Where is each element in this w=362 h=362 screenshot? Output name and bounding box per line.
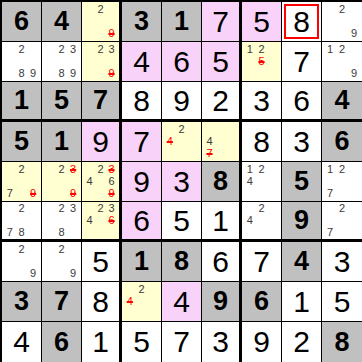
cell-r2c5[interactable]: 6	[162, 42, 202, 82]
cell-r2c2[interactable]: 2389	[42, 42, 82, 82]
solved-digit: 5	[212, 47, 229, 77]
cell-r5c8[interactable]: 5	[282, 162, 322, 202]
cell-r4c1[interactable]: 5	[2, 122, 42, 162]
pencil-mark-5-eliminated: 5	[256, 55, 268, 67]
solved-digit: 8	[133, 86, 150, 116]
cell-r6c5[interactable]: 5	[162, 202, 202, 242]
cell-r4c5[interactable]: 24	[162, 122, 202, 162]
pencil-marks: 2389	[42, 42, 81, 81]
solved-digit: 9	[92, 127, 109, 157]
given-digit: 4	[54, 8, 69, 35]
cell-r1c9[interactable]: 29	[322, 2, 362, 42]
cell-r5c3[interactable]: 23469	[82, 162, 122, 202]
cell-r5c7[interactable]: 124	[242, 162, 282, 202]
pencil-mark-2: 2	[56, 43, 68, 55]
pencil-mark-7: 7	[4, 226, 16, 238]
pencil-marks: 47	[202, 122, 239, 161]
pencil-mark-9-eliminated: 9	[27, 188, 39, 200]
pencil-mark-4-eliminated: 4	[124, 295, 136, 307]
solved-digit: 9	[253, 327, 270, 357]
pencil-mark-2: 2	[16, 203, 28, 215]
solved-digit: 3	[212, 327, 229, 357]
cell-r5c1[interactable]: 279	[2, 162, 42, 202]
solved-digit: 5	[253, 7, 270, 37]
cell-r3c7[interactable]: 3	[242, 82, 282, 122]
cell-r9c1[interactable]: 4	[2, 322, 42, 362]
pencil-marks: 2346	[82, 202, 119, 239]
pencil-marks: 29	[2, 242, 41, 281]
pencil-marks: 289	[2, 42, 41, 81]
cell-r5c5[interactable]: 3	[162, 162, 202, 202]
pencil-marks: 29	[42, 242, 81, 281]
pencil-marks: 27	[322, 202, 362, 239]
pencil-mark-9-eliminated: 9	[106, 68, 117, 80]
cell-r7c9[interactable]: 3	[322, 242, 362, 282]
cell-r3c6[interactable]: 2	[202, 82, 242, 122]
pencil-mark-4: 4	[84, 215, 95, 227]
cell-r2c7[interactable]: 125	[242, 42, 282, 82]
given-digit: 8	[334, 329, 349, 356]
cell-r1c6[interactable]: 7	[202, 2, 242, 42]
pencil-marks: 24	[242, 202, 281, 239]
solved-digit: 3	[173, 167, 190, 197]
cell-r4c9[interactable]: 6	[322, 122, 362, 162]
cell-r9c9[interactable]: 8	[322, 322, 362, 362]
solved-digit: 7	[173, 327, 190, 357]
cell-r3c1[interactable]: 1	[2, 82, 42, 122]
solved-digit: 7	[293, 47, 310, 77]
cell-r6c8[interactable]: 9	[282, 202, 322, 242]
solved-digit: 5	[92, 247, 109, 277]
cell-r2c6[interactable]: 5	[202, 42, 242, 82]
pencil-mark-2: 2	[256, 163, 268, 175]
solved-digit: 2	[212, 86, 229, 116]
pencil-mark-2: 2	[56, 203, 68, 215]
given-digit: 9	[213, 288, 228, 315]
cell-r7c6[interactable]: 6	[202, 242, 242, 282]
solved-digit: 5	[334, 287, 351, 317]
cell-r7c7[interactable]: 7	[242, 242, 282, 282]
solved-digit: 4	[133, 47, 150, 77]
solved-digit: 8	[92, 287, 109, 317]
pencil-mark-2: 2	[56, 163, 68, 175]
pencil-mark-9: 9	[348, 68, 360, 80]
cell-r9c3[interactable]: 1	[82, 322, 122, 362]
pencil-mark-8: 8	[56, 68, 68, 80]
pencil-mark-2: 2	[95, 163, 106, 175]
pencil-mark-4: 4	[244, 215, 256, 227]
pencil-mark-2: 2	[256, 43, 268, 55]
pencil-mark-2: 2	[336, 43, 348, 55]
pencil-mark-8: 8	[56, 226, 68, 238]
cell-r6c2[interactable]: 238	[42, 202, 82, 242]
pencil-mark-1: 1	[324, 43, 336, 55]
pencil-mark-2: 2	[336, 163, 348, 175]
cell-r4c7[interactable]: 8	[242, 122, 282, 162]
given-digit: 8	[174, 248, 189, 275]
solved-digit: 8	[293, 7, 310, 37]
cell-r2c3[interactable]: 239	[82, 42, 122, 82]
solved-digit: 1	[293, 287, 310, 317]
solved-digit: 7	[212, 7, 229, 37]
given-digit: 8	[213, 168, 228, 195]
solved-digit: 6	[133, 206, 150, 236]
solved-digit: 5	[133, 327, 150, 357]
sudoku-board: 6429317582928923892394651257129157892364…	[0, 0, 362, 362]
solved-digit: 6	[212, 247, 229, 277]
pencil-mark-9: 9	[348, 28, 360, 40]
given-digit: 1	[174, 8, 189, 35]
pencil-mark-7: 7	[4, 188, 16, 200]
solved-digit: 4	[173, 287, 190, 317]
given-digit: 6	[14, 8, 29, 35]
pencil-mark-2: 2	[336, 203, 348, 215]
pencil-mark-7: 7	[324, 188, 336, 200]
pencil-mark-4-eliminated: 4	[164, 135, 176, 147]
cell-r6c3[interactable]: 2346	[82, 202, 122, 242]
pencil-mark-7-eliminated: 7	[204, 148, 215, 160]
given-digit: 6	[334, 128, 349, 155]
pencil-mark-2: 2	[336, 3, 348, 15]
cell-r8c7[interactable]: 6	[242, 282, 282, 322]
given-digit: 9	[294, 207, 309, 234]
pencil-mark-8: 8	[16, 226, 28, 238]
cell-r6c1[interactable]: 278	[2, 202, 42, 242]
solved-digit: 3	[334, 247, 351, 277]
pencil-marks: 23469	[82, 162, 119, 201]
given-digit: 5	[14, 128, 29, 155]
solved-digit: 1	[212, 206, 229, 236]
pencil-mark-3: 3	[106, 203, 117, 215]
pencil-mark-3: 3	[106, 43, 117, 55]
given-digit: 7	[93, 87, 108, 114]
solved-digit: 3	[293, 127, 310, 157]
cell-r3c9[interactable]: 4	[322, 82, 362, 122]
pencil-mark-4: 4	[204, 135, 215, 147]
cell-r1c7[interactable]: 5	[242, 2, 282, 42]
pencil-mark-9-eliminated: 9	[67, 188, 79, 200]
pencil-mark-3: 3	[67, 203, 79, 215]
pencil-marks: 239	[82, 42, 119, 81]
pencil-mark-2: 2	[95, 3, 106, 15]
cell-r1c2[interactable]: 4	[42, 2, 82, 42]
pencil-marks: 278	[2, 202, 41, 239]
given-digit: 6	[254, 288, 269, 315]
given-digit: 1	[14, 87, 29, 114]
pencil-mark-1: 1	[244, 163, 256, 175]
pencil-marks: 238	[42, 202, 81, 239]
pencil-mark-2: 2	[16, 243, 28, 255]
solved-digit: 9	[133, 167, 150, 197]
pencil-mark-1: 1	[324, 163, 336, 175]
cell-r2c9[interactable]: 129	[322, 42, 362, 82]
cell-r4c4[interactable]: 7	[122, 122, 162, 162]
pencil-mark-9-eliminated: 9	[106, 28, 117, 40]
pencil-mark-9: 9	[27, 268, 39, 280]
cell-r1c1[interactable]: 6	[2, 2, 42, 42]
cell-r6c6[interactable]: 1	[202, 202, 242, 242]
given-digit: 1	[54, 128, 69, 155]
given-digit: 3	[134, 8, 149, 35]
pencil-mark-2: 2	[95, 203, 106, 215]
cell-r1c8[interactable]: 8	[282, 2, 322, 42]
pencil-mark-3-eliminated: 3	[106, 163, 117, 175]
cell-r5c4[interactable]: 9	[122, 162, 162, 202]
cell-r8c4[interactable]: 24	[122, 282, 162, 322]
cell-r3c3[interactable]: 7	[82, 82, 122, 122]
cell-r6c9[interactable]: 27	[322, 202, 362, 242]
cell-r9c2[interactable]: 6	[42, 322, 82, 362]
pencil-mark-2: 2	[16, 43, 28, 55]
pencil-marks: 124	[242, 162, 281, 201]
pencil-mark-2: 2	[136, 283, 148, 295]
given-digit: 4	[294, 248, 309, 275]
cell-r8c2[interactable]: 7	[42, 282, 82, 322]
pencil-marks: 129	[322, 42, 362, 81]
pencil-marks: 239	[42, 162, 81, 201]
pencil-mark-4: 4	[84, 175, 95, 187]
cell-r7c1[interactable]: 29	[2, 242, 42, 282]
pencil-mark-4: 4	[244, 175, 256, 187]
cell-r5c6[interactable]: 8	[202, 162, 242, 202]
pencil-marks: 127	[322, 162, 362, 201]
cell-r3c8[interactable]: 6	[282, 82, 322, 122]
cell-r8c6[interactable]: 9	[202, 282, 242, 322]
given-digit: 3	[14, 288, 29, 315]
cell-r8c8[interactable]: 1	[282, 282, 322, 322]
cell-r2c1[interactable]: 289	[2, 42, 42, 82]
pencil-marks: 29	[322, 2, 362, 41]
solved-digit: 6	[293, 86, 310, 116]
cell-r2c8[interactable]: 7	[282, 42, 322, 82]
solved-digit: 8	[253, 127, 270, 157]
cell-r7c5[interactable]: 8	[162, 242, 202, 282]
cell-r7c2[interactable]: 29	[42, 242, 82, 282]
given-digit: 7	[54, 288, 69, 315]
cell-r4c3[interactable]: 9	[82, 122, 122, 162]
solved-digit: 4	[13, 327, 30, 357]
cell-r9c4[interactable]: 5	[122, 322, 162, 362]
pencil-marks: 125	[242, 42, 281, 81]
pencil-mark-3-eliminated: 3	[67, 163, 79, 175]
cell-r3c4[interactable]: 8	[122, 82, 162, 122]
solved-digit: 9	[173, 86, 190, 116]
cell-r1c3[interactable]: 29	[82, 2, 122, 42]
solved-digit: 7	[253, 247, 270, 277]
pencil-marks: 29	[82, 2, 119, 41]
pencil-marks: 24	[122, 282, 161, 321]
cell-r8c1[interactable]: 3	[2, 282, 42, 322]
pencil-mark-8: 8	[16, 68, 28, 80]
pencil-mark-9: 9	[67, 68, 79, 80]
cell-r8c9[interactable]: 5	[322, 282, 362, 322]
given-digit: 6	[54, 329, 69, 356]
cell-r8c5[interactable]: 4	[162, 282, 202, 322]
pencil-mark-7: 7	[324, 226, 336, 238]
cell-r9c5[interactable]: 7	[162, 322, 202, 362]
solved-digit: 2	[293, 327, 310, 357]
pencil-mark-9: 9	[67, 268, 79, 280]
given-digit: 4	[334, 87, 349, 114]
cell-r6c4[interactable]: 6	[122, 202, 162, 242]
given-digit: 1	[134, 248, 149, 275]
pencil-mark-6: 6	[106, 175, 117, 187]
cell-r5c2[interactable]: 239	[42, 162, 82, 202]
cell-r7c3[interactable]: 5	[82, 242, 122, 282]
solved-digit: 6	[173, 47, 190, 77]
cell-r1c5[interactable]: 1	[162, 2, 202, 42]
cell-r1c4[interactable]: 3	[122, 2, 162, 42]
cell-r3c2[interactable]: 5	[42, 82, 82, 122]
pencil-mark-9: 9	[27, 68, 39, 80]
pencil-mark-9-eliminated: 9	[106, 188, 117, 200]
pencil-mark-2: 2	[176, 123, 188, 135]
cell-r8c3[interactable]: 8	[82, 282, 122, 322]
cell-r2c4[interactable]: 4	[122, 42, 162, 82]
solved-digit: 1	[92, 327, 109, 357]
pencil-mark-2: 2	[16, 163, 28, 175]
given-digit: 5	[54, 87, 69, 114]
solved-digit: 7	[133, 127, 150, 157]
pencil-mark-2: 2	[56, 243, 68, 255]
cell-r6c7[interactable]: 24	[242, 202, 282, 242]
pencil-mark-1: 1	[244, 43, 256, 55]
cell-r5c9[interactable]: 127	[322, 162, 362, 202]
cell-r9c7[interactable]: 9	[242, 322, 282, 362]
given-digit: 5	[294, 168, 309, 195]
solved-digit: 3	[253, 86, 270, 116]
cell-r9c6[interactable]: 3	[202, 322, 242, 362]
cell-r7c8[interactable]: 4	[282, 242, 322, 282]
cell-r3c5[interactable]: 9	[162, 82, 202, 122]
cell-r4c2[interactable]: 1	[42, 122, 82, 162]
cell-r4c8[interactable]: 3	[282, 122, 322, 162]
pencil-mark-3: 3	[67, 43, 79, 55]
cell-r4c6[interactable]: 47	[202, 122, 242, 162]
pencil-mark-2: 2	[256, 203, 268, 215]
pencil-mark-2: 2	[95, 43, 106, 55]
solved-digit: 5	[173, 206, 190, 236]
cell-r9c8[interactable]: 2	[282, 322, 322, 362]
pencil-mark-6-eliminated: 6	[106, 215, 117, 227]
cell-r7c4[interactable]: 1	[122, 242, 162, 282]
pencil-marks: 279	[2, 162, 41, 201]
pencil-marks: 24	[162, 122, 201, 161]
